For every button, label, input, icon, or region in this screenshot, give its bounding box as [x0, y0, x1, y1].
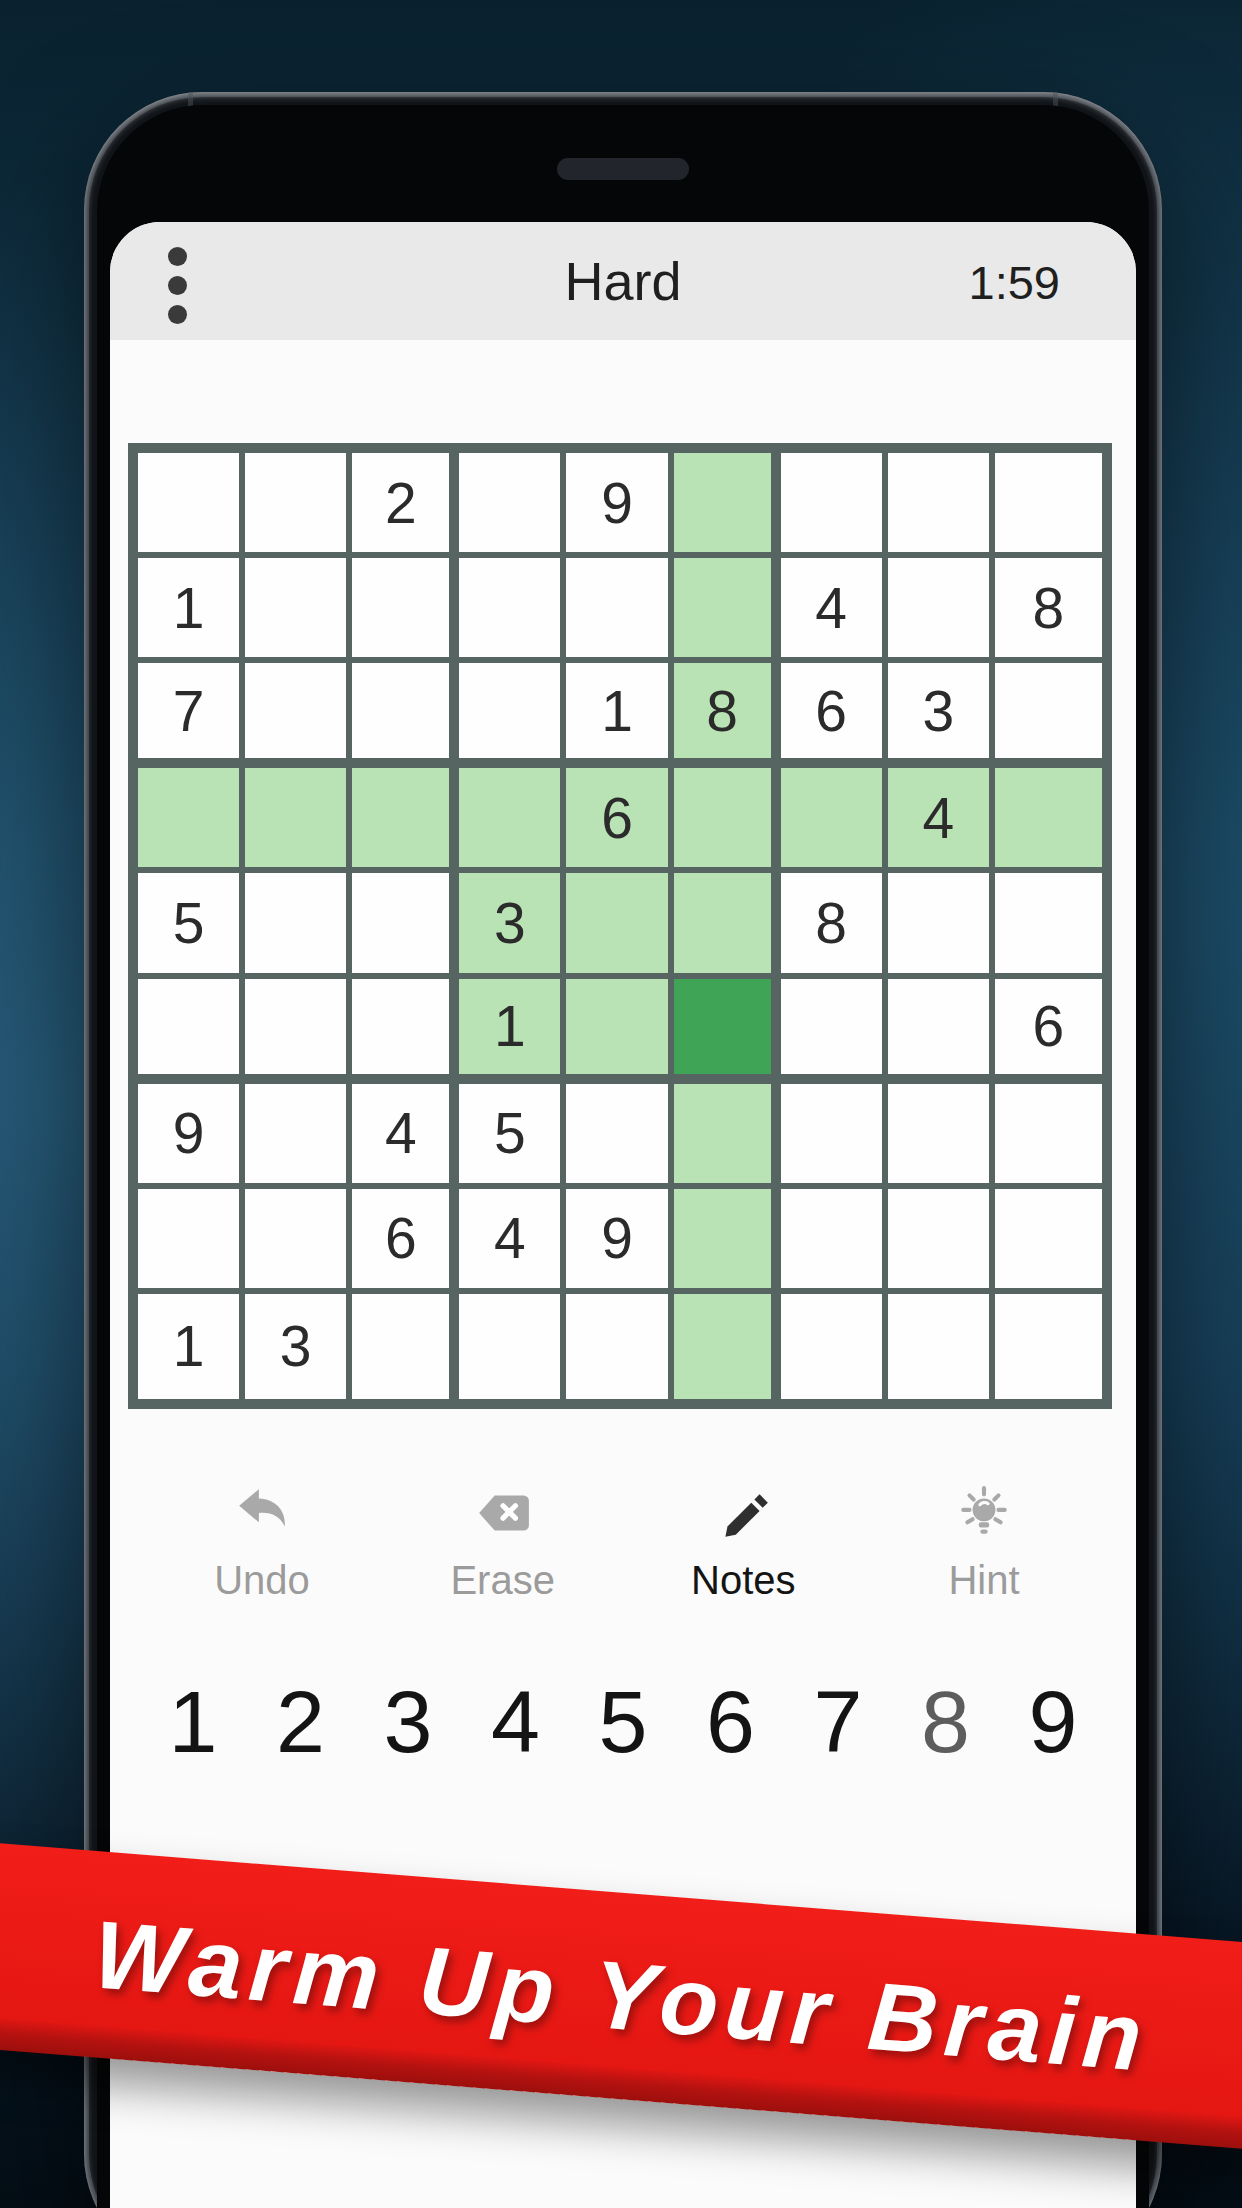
cell-r6c4[interactable]: 1: [459, 979, 566, 1084]
numpad: 1 2 3 4 5 6 7 8 9: [110, 1674, 1136, 1771]
cell-r7c5[interactable]: [566, 1084, 673, 1189]
hint-label: Hint: [948, 1558, 1019, 1603]
cell-r6c6[interactable]: [674, 979, 781, 1084]
cell-r6c8[interactable]: [888, 979, 995, 1084]
cell-r6c3[interactable]: [352, 979, 459, 1084]
cell-r8c6[interactable]: [674, 1189, 781, 1294]
cell-r8c8[interactable]: [888, 1189, 995, 1294]
cell-r8c7[interactable]: [781, 1189, 888, 1294]
cell-r8c9[interactable]: [995, 1189, 1102, 1294]
cell-r3c7[interactable]: 6: [781, 663, 888, 768]
cell-r7c8[interactable]: [888, 1084, 995, 1189]
cell-r6c2[interactable]: [245, 979, 352, 1084]
cell-r9c4[interactable]: [459, 1294, 566, 1399]
cell-r2c2[interactable]: [245, 558, 352, 663]
cell-r3c6[interactable]: 8: [674, 663, 781, 768]
cell-r8c1[interactable]: [138, 1189, 245, 1294]
cell-r5c9[interactable]: [995, 873, 1102, 978]
cell-r7c1[interactable]: 9: [138, 1084, 245, 1189]
pencil-icon: [714, 1484, 772, 1542]
cell-r9c6[interactable]: [674, 1294, 781, 1399]
cell-r4c7[interactable]: [781, 768, 888, 873]
cell-r1c8[interactable]: [888, 453, 995, 558]
cell-r7c3[interactable]: 4: [352, 1084, 459, 1189]
undo-icon: [233, 1484, 291, 1542]
cell-r7c7[interactable]: [781, 1084, 888, 1189]
cell-r2c6[interactable]: [674, 558, 781, 663]
cell-r2c8[interactable]: [888, 558, 995, 663]
cell-r2c4[interactable]: [459, 558, 566, 663]
cell-r5c8[interactable]: [888, 873, 995, 978]
sudoku-board: 2914871863645381694564913: [128, 443, 1112, 1409]
cell-r7c9[interactable]: [995, 1084, 1102, 1189]
cell-r1c1[interactable]: [138, 453, 245, 558]
cell-r4c5[interactable]: 6: [566, 768, 673, 873]
cell-r1c6[interactable]: [674, 453, 781, 558]
cell-r9c5[interactable]: [566, 1294, 673, 1399]
speaker-slot: [557, 158, 689, 180]
cell-r7c6[interactable]: [674, 1084, 781, 1189]
cell-r8c3[interactable]: 6: [352, 1189, 459, 1294]
hint-button[interactable]: Hint: [884, 1484, 1084, 1603]
bulb-icon: [955, 1484, 1013, 1542]
cell-r3c3[interactable]: [352, 663, 459, 768]
cell-r3c4[interactable]: [459, 663, 566, 768]
numpad-key-3[interactable]: 3: [365, 1674, 451, 1771]
app-background: Hard 1:59 2914871863645381694564913 Undo: [0, 0, 1242, 2208]
game-timer: 1:59: [969, 222, 1060, 340]
cell-r9c3[interactable]: [352, 1294, 459, 1399]
cell-r1c9[interactable]: [995, 453, 1102, 558]
promo-banner-text: Warm Up Your Brain: [89, 1899, 1152, 2093]
cell-r1c7[interactable]: [781, 453, 888, 558]
erase-label: Erase: [450, 1558, 555, 1603]
numpad-key-7[interactable]: 7: [795, 1674, 881, 1771]
cell-r2c3[interactable]: [352, 558, 459, 663]
cell-r4c8[interactable]: 4: [888, 768, 995, 873]
numpad-key-1[interactable]: 1: [150, 1674, 236, 1771]
cell-r7c4[interactable]: 5: [459, 1084, 566, 1189]
cell-r6c7[interactable]: [781, 979, 888, 1084]
cell-r6c1[interactable]: [138, 979, 245, 1084]
erase-button[interactable]: Erase: [403, 1484, 603, 1603]
cell-r4c6[interactable]: [674, 768, 781, 873]
cell-r5c5[interactable]: [566, 873, 673, 978]
numpad-key-9[interactable]: 9: [1010, 1674, 1096, 1771]
cell-r6c9[interactable]: 6: [995, 979, 1102, 1084]
cell-r9c7[interactable]: [781, 1294, 888, 1399]
cell-r1c4[interactable]: [459, 453, 566, 558]
numpad-key-5[interactable]: 5: [580, 1674, 666, 1771]
cell-r3c2[interactable]: [245, 663, 352, 768]
cell-r1c2[interactable]: [245, 453, 352, 558]
cell-r5c4[interactable]: 3: [459, 873, 566, 978]
cell-r7c2[interactable]: [245, 1084, 352, 1189]
toolbar: Undo Erase Notes: [110, 1484, 1136, 1603]
numpad-key-6[interactable]: 6: [688, 1674, 774, 1771]
cell-r5c1[interactable]: 5: [138, 873, 245, 978]
cell-r5c2[interactable]: [245, 873, 352, 978]
cell-r8c5[interactable]: 9: [566, 1189, 673, 1294]
cell-r5c7[interactable]: 8: [781, 873, 888, 978]
cell-r4c1[interactable]: [138, 768, 245, 873]
cell-r9c9[interactable]: [995, 1294, 1102, 1399]
cell-r4c2[interactable]: [245, 768, 352, 873]
notes-label: Notes: [691, 1558, 796, 1603]
cell-r9c1[interactable]: 1: [138, 1294, 245, 1399]
cell-r9c2[interactable]: 3: [245, 1294, 352, 1399]
cell-r4c3[interactable]: [352, 768, 459, 873]
undo-label: Undo: [214, 1558, 310, 1603]
cell-r5c3[interactable]: [352, 873, 459, 978]
cell-r3c5[interactable]: 1: [566, 663, 673, 768]
app-header: Hard 1:59: [110, 222, 1136, 340]
cell-r8c4[interactable]: 4: [459, 1189, 566, 1294]
cell-r1c3[interactable]: 2: [352, 453, 459, 558]
cell-r3c1[interactable]: 7: [138, 663, 245, 768]
numpad-key-4[interactable]: 4: [473, 1674, 559, 1771]
notes-button[interactable]: Notes: [643, 1484, 843, 1603]
numpad-key-2[interactable]: 2: [258, 1674, 344, 1771]
cell-r2c7[interactable]: 4: [781, 558, 888, 663]
cell-r4c4[interactable]: [459, 768, 566, 873]
cell-r3c8[interactable]: 3: [888, 663, 995, 768]
cell-r4c9[interactable]: [995, 768, 1102, 873]
cell-r2c5[interactable]: [566, 558, 673, 663]
cell-r8c2[interactable]: [245, 1189, 352, 1294]
numpad-key-8[interactable]: 8: [903, 1674, 989, 1771]
cell-r5c6[interactable]: [674, 873, 781, 978]
cell-r2c1[interactable]: 1: [138, 558, 245, 663]
cell-r6c5[interactable]: [566, 979, 673, 1084]
cell-r3c9[interactable]: [995, 663, 1102, 768]
erase-icon: [474, 1484, 532, 1542]
cell-r1c5[interactable]: 9: [566, 453, 673, 558]
cell-r9c8[interactable]: [888, 1294, 995, 1399]
undo-button[interactable]: Undo: [162, 1484, 362, 1603]
cell-r2c9[interactable]: 8: [995, 558, 1102, 663]
